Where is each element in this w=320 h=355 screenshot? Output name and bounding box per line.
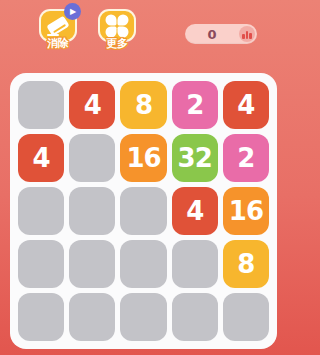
tile-2[interactable]: 2 [172, 81, 218, 129]
cell-empty [18, 187, 64, 235]
play-badge[interactable]: ▶ [64, 3, 81, 20]
cell-empty [69, 187, 115, 235]
tile-2[interactable]: 2 [223, 134, 269, 182]
tile-16[interactable]: 16 [223, 187, 269, 235]
clover-icon [106, 14, 129, 37]
cell-empty [69, 134, 115, 182]
game-board[interactable]: 48244163224168 [10, 73, 277, 349]
cell-empty [120, 187, 166, 235]
clear-button-label: 消除 [33, 36, 83, 51]
cell-empty [172, 293, 218, 341]
score-value: 0 [185, 27, 239, 42]
tile-8[interactable]: 8 [223, 240, 269, 288]
tile-4[interactable]: 4 [69, 81, 115, 129]
tile-4[interactable]: 4 [18, 134, 64, 182]
more-button[interactable]: 更多 [92, 9, 142, 51]
cell-empty [172, 240, 218, 288]
cell-empty [18, 81, 64, 129]
tile-16[interactable]: 16 [120, 134, 166, 182]
bar-chart-icon[interactable] [239, 26, 255, 42]
play-icon: ▶ [70, 3, 76, 20]
tile-32[interactable]: 32 [172, 134, 218, 182]
tile-4[interactable]: 4 [223, 81, 269, 129]
cell-empty [120, 240, 166, 288]
cell-empty [223, 293, 269, 341]
clear-button[interactable]: ▶ 消除 [33, 9, 83, 51]
cell-empty [18, 240, 64, 288]
tile-4[interactable]: 4 [172, 187, 218, 235]
more-button-label: 更多 [92, 36, 142, 51]
cell-empty [69, 293, 115, 341]
cell-empty [69, 240, 115, 288]
score-pill: 0 [185, 24, 257, 44]
tile-8[interactable]: 8 [120, 81, 166, 129]
cell-empty [18, 293, 64, 341]
cell-empty [120, 293, 166, 341]
